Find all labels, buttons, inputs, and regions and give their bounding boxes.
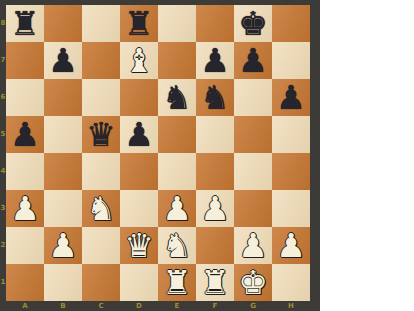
square-g5[interactable]: [234, 116, 272, 153]
square-c4[interactable]: [82, 153, 120, 190]
rank-label-8: 8: [0, 5, 6, 42]
piece-black-rook[interactable]: ♜: [10, 5, 40, 42]
square-g7[interactable]: ♟: [234, 42, 272, 79]
square-a5[interactable]: ♟: [6, 116, 44, 153]
square-c5[interactable]: ♛: [82, 116, 120, 153]
square-d4[interactable]: [120, 153, 158, 190]
square-b1[interactable]: [44, 264, 82, 301]
rank-label-1: 1: [0, 264, 6, 301]
piece-black-pawn[interactable]: ♟: [200, 42, 230, 79]
square-a6[interactable]: [6, 79, 44, 116]
square-h6[interactable]: ♟: [272, 79, 310, 116]
square-c6[interactable]: [82, 79, 120, 116]
piece-white-pawn[interactable]: ♟: [162, 190, 192, 227]
square-d6[interactable]: [120, 79, 158, 116]
piece-black-rook[interactable]: ♜: [124, 5, 154, 42]
square-e6[interactable]: ♞: [158, 79, 196, 116]
square-f8[interactable]: [196, 5, 234, 42]
file-label-a: A: [6, 301, 44, 311]
piece-black-knight[interactable]: ♞: [200, 79, 230, 116]
square-g8[interactable]: ♚: [234, 5, 272, 42]
piece-white-pawn[interactable]: ♟: [276, 227, 306, 264]
square-e8[interactable]: [158, 5, 196, 42]
chess-app-screen: ♜♜♚♟♝♟♟♞♞♟♟♛♟♟♞♟♟♟♛♞♟♟♜♜♚ 87654321 ABCDE…: [0, 0, 414, 311]
rank-label-6: 6: [0, 79, 6, 116]
square-g3[interactable]: [234, 190, 272, 227]
square-b6[interactable]: [44, 79, 82, 116]
piece-white-knight[interactable]: ♞: [162, 227, 192, 264]
square-h8[interactable]: [272, 5, 310, 42]
piece-black-pawn[interactable]: ♟: [48, 42, 78, 79]
square-f4[interactable]: [196, 153, 234, 190]
piece-black-queen[interactable]: ♛: [86, 116, 116, 153]
square-a1[interactable]: [6, 264, 44, 301]
file-label-g: G: [234, 301, 272, 311]
piece-white-pawn[interactable]: ♟: [48, 227, 78, 264]
square-c8[interactable]: [82, 5, 120, 42]
piece-white-pawn[interactable]: ♟: [10, 190, 40, 227]
square-c2[interactable]: [82, 227, 120, 264]
square-b4[interactable]: [44, 153, 82, 190]
square-d2[interactable]: ♛: [120, 227, 158, 264]
square-e5[interactable]: [158, 116, 196, 153]
square-f3[interactable]: ♟: [196, 190, 234, 227]
piece-black-pawn[interactable]: ♟: [124, 116, 154, 153]
square-f2[interactable]: [196, 227, 234, 264]
square-c7[interactable]: [82, 42, 120, 79]
square-a7[interactable]: [6, 42, 44, 79]
square-c1[interactable]: [82, 264, 120, 301]
square-f6[interactable]: ♞: [196, 79, 234, 116]
square-b8[interactable]: [44, 5, 82, 42]
piece-black-king[interactable]: ♚: [238, 5, 268, 42]
piece-white-pawn[interactable]: ♟: [238, 227, 268, 264]
piece-black-pawn[interactable]: ♟: [238, 42, 268, 79]
square-g4[interactable]: [234, 153, 272, 190]
square-a2[interactable]: [6, 227, 44, 264]
square-b7[interactable]: ♟: [44, 42, 82, 79]
piece-white-rook[interactable]: ♜: [162, 264, 192, 301]
square-h2[interactable]: ♟: [272, 227, 310, 264]
piece-white-knight[interactable]: ♞: [86, 190, 116, 227]
square-c3[interactable]: ♞: [82, 190, 120, 227]
square-g1[interactable]: ♚: [234, 264, 272, 301]
piece-white-pawn[interactable]: ♟: [200, 190, 230, 227]
file-label-b: B: [44, 301, 82, 311]
square-h1[interactable]: [272, 264, 310, 301]
piece-white-bishop[interactable]: ♝: [124, 42, 154, 79]
file-label-d: D: [120, 301, 158, 311]
square-a3[interactable]: ♟: [6, 190, 44, 227]
rank-label-3: 3: [0, 190, 6, 227]
square-e7[interactable]: [158, 42, 196, 79]
piece-black-pawn[interactable]: ♟: [10, 116, 40, 153]
square-f7[interactable]: ♟: [196, 42, 234, 79]
piece-black-knight[interactable]: ♞: [162, 79, 192, 116]
square-h7[interactable]: [272, 42, 310, 79]
file-label-e: E: [158, 301, 196, 311]
square-d8[interactable]: ♜: [120, 5, 158, 42]
square-e2[interactable]: ♞: [158, 227, 196, 264]
square-e3[interactable]: ♟: [158, 190, 196, 227]
file-label-f: F: [196, 301, 234, 311]
square-d5[interactable]: ♟: [120, 116, 158, 153]
square-f5[interactable]: [196, 116, 234, 153]
chess-board-frame: ♜♜♚♟♝♟♟♞♞♟♟♛♟♟♞♟♟♟♛♞♟♟♜♜♚ 87654321 ABCDE…: [0, 0, 320, 311]
square-b5[interactable]: [44, 116, 82, 153]
square-h5[interactable]: [272, 116, 310, 153]
file-label-c: C: [82, 301, 120, 311]
square-d1[interactable]: [120, 264, 158, 301]
square-h3[interactable]: [272, 190, 310, 227]
square-h4[interactable]: [272, 153, 310, 190]
chess-board[interactable]: ♜♜♚♟♝♟♟♞♞♟♟♛♟♟♞♟♟♟♛♞♟♟♜♜♚: [6, 5, 310, 301]
rank-label-7: 7: [0, 42, 6, 79]
file-label-h: H: [272, 301, 310, 311]
rank-label-4: 4: [0, 153, 6, 190]
square-e4[interactable]: [158, 153, 196, 190]
piece-white-queen[interactable]: ♛: [124, 227, 154, 264]
square-d3[interactable]: [120, 190, 158, 227]
square-g2[interactable]: ♟: [234, 227, 272, 264]
piece-white-king[interactable]: ♚: [238, 264, 268, 301]
square-b2[interactable]: ♟: [44, 227, 82, 264]
square-d7[interactable]: ♝: [120, 42, 158, 79]
rank-label-2: 2: [0, 227, 6, 264]
square-a4[interactable]: [6, 153, 44, 190]
square-g6[interactable]: [234, 79, 272, 116]
rank-label-5: 5: [0, 116, 6, 153]
piece-black-pawn[interactable]: ♟: [276, 79, 306, 116]
square-b3[interactable]: [44, 190, 82, 227]
square-a8[interactable]: ♜: [6, 5, 44, 42]
piece-white-rook[interactable]: ♜: [200, 264, 230, 301]
square-f1[interactable]: ♜: [196, 264, 234, 301]
square-e1[interactable]: ♜: [158, 264, 196, 301]
